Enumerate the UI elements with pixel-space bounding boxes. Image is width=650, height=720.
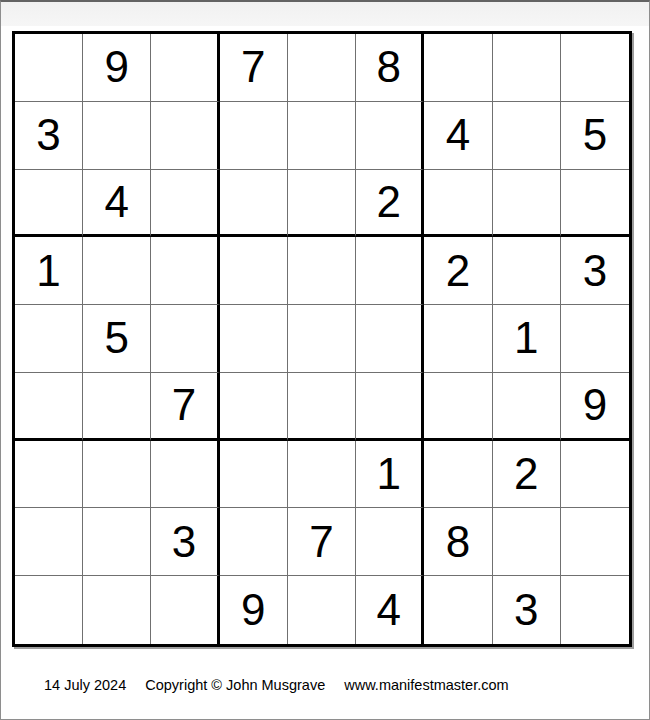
cell-r1c7	[424, 34, 492, 102]
cell-r3c7	[424, 170, 492, 238]
cell-r5c3	[151, 305, 219, 373]
cell-r8c2	[83, 508, 151, 576]
cell-r8c3: 3	[151, 508, 219, 576]
cell-r1c1	[15, 34, 83, 102]
cell-r2c3	[151, 102, 219, 170]
cell-r6c3: 7	[151, 373, 219, 441]
cell-r5c6	[356, 305, 424, 373]
cell-r5c9	[561, 305, 629, 373]
cell-r9c3	[151, 576, 219, 644]
page: 97834542123517912378943 14 July 2024 Cop…	[0, 0, 650, 720]
cell-r9c4: 9	[220, 576, 288, 644]
cell-r9c7	[424, 576, 492, 644]
cell-r6c7	[424, 373, 492, 441]
cell-r1c8	[493, 34, 561, 102]
cell-r4c3	[151, 237, 219, 305]
cell-r1c2: 9	[83, 34, 151, 102]
cell-r7c9	[561, 441, 629, 509]
cell-r8c8	[493, 508, 561, 576]
cell-r5c7	[424, 305, 492, 373]
cell-r1c3	[151, 34, 219, 102]
cell-r6c6	[356, 373, 424, 441]
cell-r6c8	[493, 373, 561, 441]
cell-r3c1	[15, 170, 83, 238]
cell-r6c9: 9	[561, 373, 629, 441]
cell-r3c3	[151, 170, 219, 238]
cell-r5c8: 1	[493, 305, 561, 373]
cell-r8c7: 8	[424, 508, 492, 576]
cell-r8c5: 7	[288, 508, 356, 576]
cell-r2c8	[493, 102, 561, 170]
cell-r8c9	[561, 508, 629, 576]
cell-r2c1: 3	[15, 102, 83, 170]
cell-r9c9	[561, 576, 629, 644]
cell-r3c6: 2	[356, 170, 424, 238]
cell-r7c5	[288, 441, 356, 509]
cell-r6c1	[15, 373, 83, 441]
cell-r6c5	[288, 373, 356, 441]
cell-r4c7: 2	[424, 237, 492, 305]
cell-r2c5	[288, 102, 356, 170]
cell-r7c2	[83, 441, 151, 509]
cell-r9c8: 3	[493, 576, 561, 644]
cell-r6c2	[83, 373, 151, 441]
footer-date: 14 July 2024	[44, 677, 126, 693]
cell-r1c6: 8	[356, 34, 424, 102]
sudoku-board: 97834542123517912378943	[12, 31, 632, 647]
cell-r7c6: 1	[356, 441, 424, 509]
cell-r4c8	[493, 237, 561, 305]
cell-r7c7	[424, 441, 492, 509]
cell-r9c6: 4	[356, 576, 424, 644]
cell-r3c9	[561, 170, 629, 238]
cell-r4c1: 1	[15, 237, 83, 305]
cell-r1c9	[561, 34, 629, 102]
cell-r9c5	[288, 576, 356, 644]
cell-r2c9: 5	[561, 102, 629, 170]
cell-r4c6	[356, 237, 424, 305]
cell-r5c2: 5	[83, 305, 151, 373]
cell-r5c4	[220, 305, 288, 373]
cell-r1c4: 7	[220, 34, 288, 102]
cell-r5c5	[288, 305, 356, 373]
footer-website: www.manifestmaster.com	[344, 677, 508, 693]
cell-r8c4	[220, 508, 288, 576]
footer-copyright: Copyright © John Musgrave	[145, 677, 325, 693]
cell-r3c8	[493, 170, 561, 238]
cell-r3c2: 4	[83, 170, 151, 238]
cell-r2c7: 4	[424, 102, 492, 170]
cell-r7c3	[151, 441, 219, 509]
cell-r4c5	[288, 237, 356, 305]
cell-r2c6	[356, 102, 424, 170]
top-band	[1, 2, 649, 26]
cell-r7c8: 2	[493, 441, 561, 509]
cell-r4c9: 3	[561, 237, 629, 305]
cell-r4c4	[220, 237, 288, 305]
cell-r2c4	[220, 102, 288, 170]
cell-r9c2	[83, 576, 151, 644]
cell-r3c4	[220, 170, 288, 238]
footer: 14 July 2024 Copyright © John Musgrave w…	[44, 677, 509, 693]
cell-r8c6	[356, 508, 424, 576]
cell-r6c4	[220, 373, 288, 441]
cell-r4c2	[83, 237, 151, 305]
cell-r1c5	[288, 34, 356, 102]
cell-r5c1	[15, 305, 83, 373]
cell-r7c4	[220, 441, 288, 509]
cell-r3c5	[288, 170, 356, 238]
cell-r2c2	[83, 102, 151, 170]
cell-r8c1	[15, 508, 83, 576]
cell-r7c1	[15, 441, 83, 509]
cell-r9c1	[15, 576, 83, 644]
